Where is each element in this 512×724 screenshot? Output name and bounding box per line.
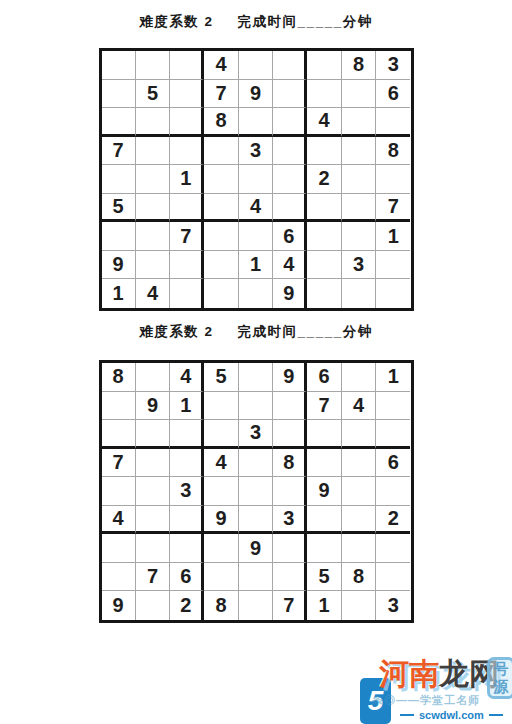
sudoku-cell [307, 506, 341, 535]
sudoku-cell [170, 80, 204, 109]
sudoku-cell [273, 477, 307, 506]
sudoku-cell [239, 477, 273, 506]
sudoku-cell [102, 420, 136, 449]
sudoku-cell [239, 222, 273, 251]
sudoku-cell: 3 [239, 137, 273, 166]
sudoku-cell: 9 [239, 80, 273, 109]
watermark-domain: scwdwl.com [400, 709, 503, 721]
sudoku-cell: 1 [307, 591, 341, 620]
sudoku-cell [170, 137, 204, 166]
sudoku-cell: 7 [102, 449, 136, 478]
sudoku-cell [376, 251, 410, 280]
sudoku-cell [376, 392, 410, 421]
sudoku-cell [239, 506, 273, 535]
sudoku-cell: 4 [307, 108, 341, 137]
sudoku-cell [136, 194, 170, 223]
sudoku-cell [307, 194, 341, 223]
sudoku-cell [239, 449, 273, 478]
sudoku-cell [342, 591, 376, 620]
sudoku-cell: 8 [342, 563, 376, 592]
sudoku-cell: 4 [239, 194, 273, 223]
sudoku-cell [204, 392, 238, 421]
sudoku-cell [170, 194, 204, 223]
dash-decoration [400, 714, 414, 716]
sudoku-cell [136, 506, 170, 535]
sudoku-cell [170, 279, 204, 308]
sudoku-cell [102, 108, 136, 137]
sudoku-cell: 2 [376, 506, 410, 535]
sudoku-cell [204, 194, 238, 223]
sudoku-cell [239, 108, 273, 137]
sudoku-cell [136, 251, 170, 280]
sudoku-cell [342, 420, 376, 449]
sudoku-cell [342, 80, 376, 109]
sudoku-cell: 9 [307, 477, 341, 506]
sudoku-cell [376, 165, 410, 194]
sudoku-cell: 7 [170, 222, 204, 251]
sudoku-cell [170, 449, 204, 478]
sudoku-cell [376, 420, 410, 449]
sudoku-cell: 8 [342, 51, 376, 80]
sudoku-cell [170, 251, 204, 280]
sudoku-cell: 8 [204, 591, 238, 620]
sudoku-cell: 5 [204, 363, 238, 392]
watermark-seal-badge: 号 源 [487, 657, 512, 699]
sudoku-cell [342, 279, 376, 308]
sudoku-cell [204, 563, 238, 592]
dash-decoration [489, 714, 503, 716]
sudoku-cell [102, 222, 136, 251]
sudoku-cell: 1 [239, 251, 273, 280]
sudoku-cell [102, 51, 136, 80]
sudoku-cell [204, 165, 238, 194]
sudoku-cell [102, 392, 136, 421]
sudoku-cell [273, 392, 307, 421]
sudoku-cell: 6 [307, 363, 341, 392]
sudoku-cell: 2 [307, 165, 341, 194]
sudoku-cell [170, 420, 204, 449]
sudoku-cell [136, 591, 170, 620]
sudoku-cell: 7 [204, 80, 238, 109]
sudoku-cell: 7 [136, 563, 170, 592]
sudoku-cell [342, 363, 376, 392]
sudoku-cell: 6 [376, 80, 410, 109]
sudoku-cell [102, 563, 136, 592]
sudoku-cell [307, 251, 341, 280]
sudoku-cell: 4 [204, 51, 238, 80]
sudoku-cell [136, 420, 170, 449]
sudoku-cell [204, 222, 238, 251]
puzzle-2-title: 难度系数 2完成时间_____分钟 [0, 311, 512, 341]
sudoku-cell [307, 137, 341, 166]
sudoku-cell [307, 420, 341, 449]
sudoku-cell: 8 [376, 137, 410, 166]
sudoku-cell: 4 [170, 363, 204, 392]
sudoku-cell [136, 534, 170, 563]
sudoku-cell [376, 477, 410, 506]
sudoku-cell [273, 194, 307, 223]
sudoku-grid-1: 483579684738125477619143149 [99, 48, 414, 311]
sudoku-cell [239, 51, 273, 80]
sudoku-cell [204, 477, 238, 506]
sudoku-cell [136, 477, 170, 506]
sudoku-cell [136, 449, 170, 478]
sudoku-cell [273, 165, 307, 194]
sudoku-cell: 4 [136, 279, 170, 308]
sudoku-cell [102, 534, 136, 563]
watermark-site-name: 河南龙网 [379, 659, 499, 689]
sudoku-cell: 1 [170, 392, 204, 421]
sudoku-cell: 9 [102, 591, 136, 620]
sudoku-grid-2: 84596191743748639493297658928713 [99, 360, 414, 623]
sudoku-cell [273, 108, 307, 137]
sudoku-cell: 8 [204, 108, 238, 137]
sudoku-cell: 6 [170, 563, 204, 592]
sudoku-cell [342, 449, 376, 478]
seal-char-top: 号 [494, 660, 509, 678]
sudoku-cell [376, 108, 410, 137]
sudoku-cell [204, 534, 238, 563]
sudoku-cell [170, 51, 204, 80]
sudoku-cell [170, 108, 204, 137]
sudoku-cell: 3 [170, 477, 204, 506]
puzzle-1-title: 难度系数 2完成时间_____分钟 [0, 0, 512, 31]
sudoku-cell: 3 [376, 51, 410, 80]
sudoku-cell [170, 534, 204, 563]
sudoku-cell [204, 251, 238, 280]
sudoku-cell [273, 534, 307, 563]
sudoku-cell: 1 [170, 165, 204, 194]
sudoku-cell [273, 80, 307, 109]
sudoku-cell: 2 [170, 591, 204, 620]
completion-time-label: 完成时间_____分钟 [238, 324, 373, 339]
watermark-tagline: 条◎——学堂工名师 [372, 693, 480, 708]
sudoku-cell [102, 477, 136, 506]
sudoku-cell: 1 [376, 363, 410, 392]
sudoku-cell [239, 165, 273, 194]
sudoku-cell [342, 194, 376, 223]
sudoku-cell [239, 591, 273, 620]
sudoku-cell [307, 449, 341, 478]
sudoku-cell: 9 [204, 506, 238, 535]
sudoku-cell: 6 [376, 449, 410, 478]
sudoku-cell: 3 [273, 506, 307, 535]
sudoku-cell: 5 [136, 80, 170, 109]
sudoku-cell [136, 108, 170, 137]
sudoku-worksheet-page: 难度系数 2完成时间_____分钟 4835796847381254776191… [0, 0, 512, 724]
sudoku-cell [342, 534, 376, 563]
sudoku-cell [239, 279, 273, 308]
sudoku-cell [307, 222, 341, 251]
sudoku-cell [239, 563, 273, 592]
sudoku-cell [136, 137, 170, 166]
sudoku-cell [376, 534, 410, 563]
sudoku-cell: 4 [273, 251, 307, 280]
sudoku-cell: 4 [204, 449, 238, 478]
sudoku-cell [342, 506, 376, 535]
sudoku-cell [342, 165, 376, 194]
sudoku-cell [307, 51, 341, 80]
completion-time-label: 完成时间_____分钟 [238, 14, 373, 29]
sudoku-cell [239, 392, 273, 421]
sudoku-cell: 9 [136, 392, 170, 421]
sudoku-cell [307, 279, 341, 308]
sudoku-cell [204, 279, 238, 308]
sudoku-cell [204, 137, 238, 166]
sudoku-cell [273, 51, 307, 80]
sudoku-cell: 9 [102, 251, 136, 280]
sudoku-cell: 9 [273, 279, 307, 308]
sudoku-cell [136, 222, 170, 251]
sudoku-cell: 4 [102, 506, 136, 535]
sudoku-cell: 3 [342, 251, 376, 280]
sudoku-cell [342, 137, 376, 166]
sudoku-cell [204, 420, 238, 449]
sudoku-cell [342, 222, 376, 251]
sudoku-cell: 9 [239, 534, 273, 563]
difficulty-label: 难度系数 2 [139, 324, 213, 339]
sudoku-cell [342, 108, 376, 137]
sudoku-cell: 7 [273, 591, 307, 620]
sudoku-cell: 7 [102, 137, 136, 166]
watermark-site-name-part1: 河南 [379, 657, 439, 690]
sudoku-cell [136, 165, 170, 194]
watermark: 5 河南龙网 条◎——学堂工名师 scwdwl.com 号 源 [360, 656, 512, 724]
sudoku-cell: 1 [102, 279, 136, 308]
sudoku-cell: 1 [376, 222, 410, 251]
sudoku-cell [136, 51, 170, 80]
sudoku-cell [102, 165, 136, 194]
sudoku-cell [136, 363, 170, 392]
sudoku-cell [273, 420, 307, 449]
sudoku-cell [342, 477, 376, 506]
sudoku-cell [273, 563, 307, 592]
sudoku-cell: 9 [273, 363, 307, 392]
difficulty-label: 难度系数 2 [139, 14, 213, 29]
sudoku-cell [376, 563, 410, 592]
sudoku-cell: 8 [102, 363, 136, 392]
sudoku-cell [102, 80, 136, 109]
sudoku-cell: 5 [307, 563, 341, 592]
sudoku-cell [170, 506, 204, 535]
sudoku-cell [273, 137, 307, 166]
sudoku-cell [307, 534, 341, 563]
sudoku-cell [239, 363, 273, 392]
sudoku-cell: 3 [239, 420, 273, 449]
sudoku-cell: 5 [102, 194, 136, 223]
sudoku-cell: 8 [273, 449, 307, 478]
sudoku-cell: 3 [376, 591, 410, 620]
sudoku-cell: 7 [307, 392, 341, 421]
sudoku-cell: 6 [273, 222, 307, 251]
sudoku-cell: 4 [342, 392, 376, 421]
watermark-domain-text: scwdwl.com [419, 709, 484, 721]
seal-char-bottom: 源 [494, 678, 509, 696]
sudoku-cell [376, 279, 410, 308]
sudoku-cell [307, 80, 341, 109]
sudoku-cell: 7 [376, 194, 410, 223]
